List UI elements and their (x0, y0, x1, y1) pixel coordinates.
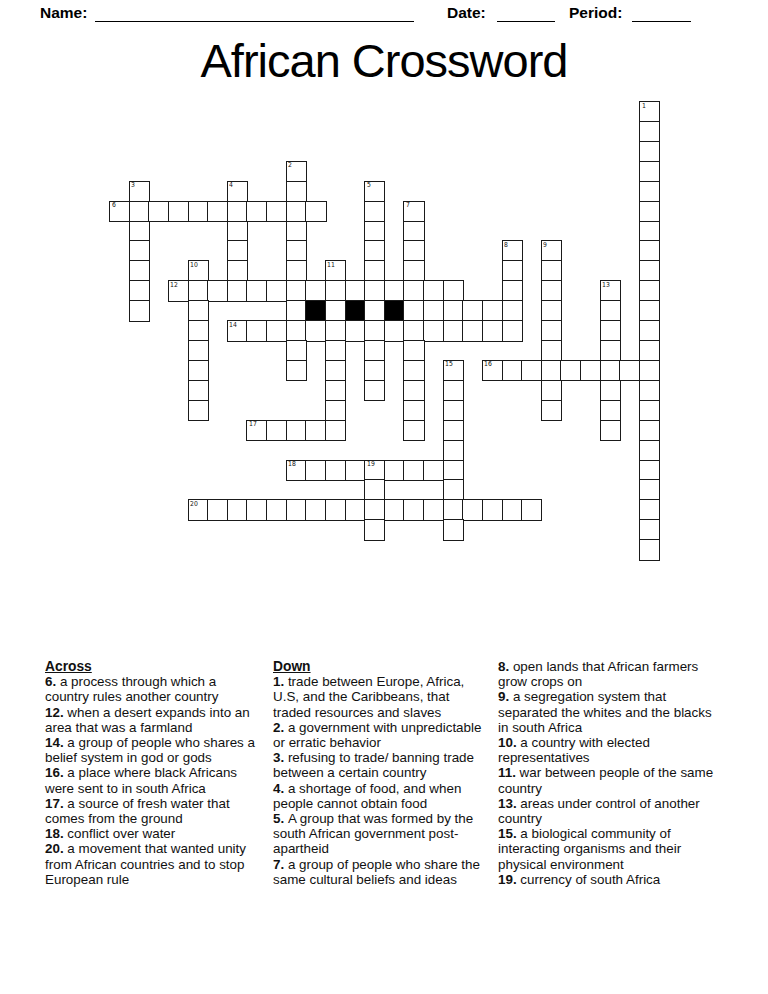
grid-cell (364, 300, 385, 322)
cell-number: 11 (327, 262, 335, 268)
clue-12: 12. when a desert expands into an area t… (45, 705, 260, 735)
clue-2: 2. a government with unpredictable or er… (273, 720, 487, 750)
grid-cell (462, 300, 483, 322)
grid-cell (188, 320, 209, 342)
grid-cell (502, 320, 523, 342)
black-cell (384, 300, 405, 322)
grid-cell (600, 320, 621, 342)
grid-cell (227, 499, 248, 521)
grid-cell (286, 181, 307, 203)
grid-cell (384, 280, 405, 302)
name-fill-line (95, 21, 414, 22)
grid-cell (129, 260, 150, 282)
grid-cell (286, 280, 307, 302)
grid-cell (384, 460, 405, 482)
grid-cell (600, 400, 621, 422)
grid-cell (541, 340, 562, 362)
grid-cell (443, 400, 464, 422)
crossword-board: 1234567891011121314151617181920 (109, 101, 665, 565)
grid-cell (639, 280, 660, 302)
grid-cell (443, 380, 464, 402)
grid-cell (541, 320, 562, 342)
grid-cell (403, 260, 424, 282)
clue-9: 9. a segregation system that separated t… (498, 689, 716, 735)
grid-cell: 10 (188, 260, 209, 282)
grid-cell: 14 (227, 320, 248, 342)
cell-number: 15 (445, 361, 453, 367)
grid-cell (364, 380, 385, 402)
grid-cell (266, 499, 287, 521)
date-label: Date: (447, 4, 486, 22)
grid-cell (619, 360, 640, 382)
grid-cell (129, 280, 150, 302)
grid-cell (639, 121, 660, 143)
down-clues-column-1: Down 1. trade between Europe, Africa, U.… (273, 659, 487, 887)
grid-cell (266, 420, 287, 442)
grid-cell (423, 499, 444, 521)
grid-cell (639, 201, 660, 223)
cell-number: 7 (406, 202, 410, 208)
grid-cell (148, 201, 169, 223)
cell-number: 18 (288, 461, 296, 467)
grid-cell (423, 460, 444, 482)
grid-cell (325, 460, 346, 482)
grid-cell (286, 300, 307, 322)
period-fill-line (632, 21, 691, 22)
clue-10: 10. a country with elected representativ… (498, 735, 716, 765)
grid-cell (305, 280, 326, 302)
grid-cell (541, 300, 562, 322)
grid-cell (639, 539, 660, 561)
grid-cell (246, 499, 267, 521)
grid-cell (227, 260, 248, 282)
grid-cell (482, 499, 503, 521)
grid-cell (403, 380, 424, 402)
grid-cell (286, 360, 307, 382)
grid-cell (541, 400, 562, 422)
grid-cell (541, 280, 562, 302)
grid-cell (188, 400, 209, 422)
grid-cell (403, 400, 424, 422)
page-title: African Crossword (0, 33, 768, 88)
grid-cell (188, 380, 209, 402)
grid-cell (188, 300, 209, 322)
cell-number: 2 (288, 162, 292, 168)
grid-cell (443, 420, 464, 442)
grid-cell (129, 240, 150, 262)
grid-cell: 4 (227, 181, 248, 203)
clue-11: 11. war between people of the same count… (498, 765, 716, 795)
grid-cell: 13 (600, 280, 621, 302)
grid-cell (482, 320, 503, 342)
grid-cell (227, 280, 248, 302)
grid-cell (502, 260, 523, 282)
grid-cell (207, 201, 228, 223)
grid-cell (188, 340, 209, 362)
grid-cell (325, 320, 346, 342)
grid-cell (639, 460, 660, 482)
grid-cell (639, 320, 660, 342)
grid-cell (364, 280, 385, 302)
clue-1: 1. trade between Europe, Africa, U.S, an… (273, 674, 487, 720)
grid-cell (286, 420, 307, 442)
grid-cell (325, 380, 346, 402)
across-header: Across (45, 659, 260, 674)
grid-cell (325, 360, 346, 382)
grid-cell (286, 320, 307, 342)
grid-cell (403, 221, 424, 243)
grid-cell (423, 280, 444, 302)
grid-cell: 18 (286, 460, 307, 482)
grid-cell (639, 380, 660, 402)
grid-cell (541, 360, 562, 382)
clue-8: 8. open lands that African farmers grow … (498, 659, 716, 689)
grid-cell (227, 240, 248, 262)
grid-cell (129, 221, 150, 243)
grid-cell (403, 280, 424, 302)
grid-cell (325, 340, 346, 362)
grid-cell (364, 260, 385, 282)
grid-cell (639, 519, 660, 541)
grid-cell (286, 240, 307, 262)
grid-cell (227, 201, 248, 223)
grid-cell (168, 201, 189, 223)
grid-cell: 15 (443, 360, 464, 382)
grid-cell (403, 499, 424, 521)
grid-cell (188, 360, 209, 382)
clue-4: 4. a shortage of food, and when people c… (273, 781, 487, 811)
grid-cell (364, 221, 385, 243)
grid-cell (207, 280, 228, 302)
grid-cell (600, 380, 621, 402)
grid-cell (639, 479, 660, 501)
date-fill-line (497, 21, 555, 22)
grid-cell (403, 360, 424, 382)
grid-cell (345, 280, 366, 302)
grid-cell (521, 499, 542, 521)
grid-cell (305, 420, 326, 442)
down-clues-column-2: 8. open lands that African farmers grow … (498, 659, 716, 887)
clue-15: 15. a biological community of interactin… (498, 826, 716, 872)
grid-cell: 7 (403, 201, 424, 223)
grid-cell (188, 201, 209, 223)
cell-number: 17 (249, 421, 257, 427)
cell-number: 6 (112, 202, 116, 208)
grid-cell (129, 201, 150, 223)
clue-7: 7. a group of people who share the same … (273, 857, 487, 887)
grid-cell (286, 340, 307, 362)
grid-cell (364, 340, 385, 362)
grid-cell (639, 440, 660, 462)
cell-number: 16 (484, 361, 492, 367)
grid-cell (560, 360, 581, 382)
cell-number: 14 (229, 322, 237, 328)
grid-cell (639, 240, 660, 262)
grid-cell (364, 201, 385, 223)
grid-cell: 1 (639, 101, 660, 123)
grid-cell (541, 260, 562, 282)
grid-cell (325, 420, 346, 442)
grid-cell (462, 499, 483, 521)
grid-cell: 20 (188, 499, 209, 521)
grid-cell (286, 201, 307, 223)
grid-cell (384, 320, 405, 342)
clue-18: 18. conflict over water (45, 826, 260, 841)
grid-cell: 19 (364, 460, 385, 482)
cell-number: 19 (367, 461, 375, 467)
clue-6: 6. a process through which a country rul… (45, 674, 260, 704)
clue-3: 3. refusing to trade/ banning trade betw… (273, 750, 487, 780)
grid-cell (639, 221, 660, 243)
cell-number: 10 (190, 262, 198, 268)
grid-cell (325, 499, 346, 521)
grid-cell (600, 340, 621, 362)
grid-cell (403, 320, 424, 342)
grid-cell (364, 360, 385, 382)
down-header: Down (273, 659, 487, 674)
grid-cell: 12 (168, 280, 189, 302)
grid-cell (639, 161, 660, 183)
grid-cell (403, 240, 424, 262)
cell-number: 9 (543, 242, 547, 248)
grid-cell (639, 340, 660, 362)
grid-cell (266, 201, 287, 223)
grid-cell (403, 460, 424, 482)
grid-cell (384, 499, 405, 521)
grid-cell (305, 320, 326, 342)
cell-number: 8 (504, 242, 508, 248)
grid-cell (129, 300, 150, 322)
grid-cell (639, 141, 660, 163)
grid-cell (443, 460, 464, 482)
cell-number: 13 (602, 282, 610, 288)
grid-cell (521, 360, 542, 382)
grid-cell (443, 499, 464, 521)
grid-cell: 11 (325, 260, 346, 282)
grid-cell (305, 460, 326, 482)
grid-cell (403, 340, 424, 362)
clue-17: 17. a source of fresh water that comes f… (45, 796, 260, 826)
grid-cell (305, 499, 326, 521)
grid-cell: 9 (541, 240, 562, 262)
grid-cell (502, 300, 523, 322)
grid-cell (364, 499, 385, 521)
grid-cell (443, 479, 464, 501)
grid-cell: 16 (482, 360, 503, 382)
black-cell (345, 300, 366, 322)
clue-14: 14. a group of people who shares a belie… (45, 735, 260, 765)
grid-cell (462, 320, 483, 342)
grid-cell (502, 499, 523, 521)
cell-number: 4 (229, 182, 233, 188)
grid-cell (482, 300, 503, 322)
grid-cell (345, 460, 366, 482)
grid-cell (246, 201, 267, 223)
grid-cell (639, 420, 660, 442)
cell-number: 5 (367, 182, 371, 188)
grid-cell (364, 519, 385, 541)
name-label: Name: (40, 4, 87, 22)
grid-cell (639, 360, 660, 382)
cell-number: 3 (131, 182, 135, 188)
clue-20: 20. a movement that wanted unity from Af… (45, 841, 260, 887)
cell-number: 12 (170, 282, 178, 288)
clue-19: 19. currency of south Africa (498, 872, 716, 887)
grid-cell (286, 221, 307, 243)
grid-cell (502, 360, 523, 382)
clue-5: 5. A group that was formed by the south … (273, 811, 487, 857)
grid-cell (207, 499, 228, 521)
grid-cell (403, 420, 424, 442)
grid-cell (423, 300, 444, 322)
grid-cell (305, 201, 326, 223)
grid-cell: 8 (502, 240, 523, 262)
grid-cell: 2 (286, 161, 307, 183)
grid-cell: 6 (109, 201, 130, 223)
grid-cell (443, 519, 464, 541)
grid-cell (639, 260, 660, 282)
grid-cell (639, 300, 660, 322)
grid-cell (345, 320, 366, 342)
black-cell (305, 300, 326, 322)
grid-cell (364, 240, 385, 262)
grid-cell (443, 320, 464, 342)
grid-cell (639, 400, 660, 422)
clue-16: 16. a place where black Africans were se… (45, 765, 260, 795)
grid-cell (580, 360, 601, 382)
grid-cell (443, 440, 464, 462)
grid-cell (443, 280, 464, 302)
grid-cell: 5 (364, 181, 385, 203)
grid-cell (423, 320, 444, 342)
grid-cell: 17 (246, 420, 267, 442)
grid-cell (286, 499, 307, 521)
grid-cell (364, 320, 385, 342)
grid-cell (325, 300, 346, 322)
grid-cell (364, 479, 385, 501)
grid-cell (443, 300, 464, 322)
grid-cell (600, 300, 621, 322)
grid-cell (541, 380, 562, 402)
across-clues-column: Across 6. a process through which a coun… (45, 659, 260, 887)
period-label: Period: (569, 4, 622, 22)
grid-cell (600, 360, 621, 382)
grid-cell (325, 280, 346, 302)
grid-cell (246, 280, 267, 302)
grid-cell: 3 (129, 181, 150, 203)
grid-cell (345, 499, 366, 521)
grid-cell (639, 181, 660, 203)
grid-cell (286, 260, 307, 282)
grid-cell (325, 400, 346, 422)
cell-number: 1 (642, 103, 646, 109)
grid-cell (266, 280, 287, 302)
grid-cell (227, 221, 248, 243)
grid-cell (639, 499, 660, 521)
grid-cell (266, 320, 287, 342)
grid-cell (600, 420, 621, 442)
grid-cell (403, 300, 424, 322)
grid-cell (188, 280, 209, 302)
clue-13: 13. areas under control of another count… (498, 796, 716, 826)
cell-number: 20 (190, 501, 198, 507)
grid-cell (502, 280, 523, 302)
grid-cell (246, 320, 267, 342)
